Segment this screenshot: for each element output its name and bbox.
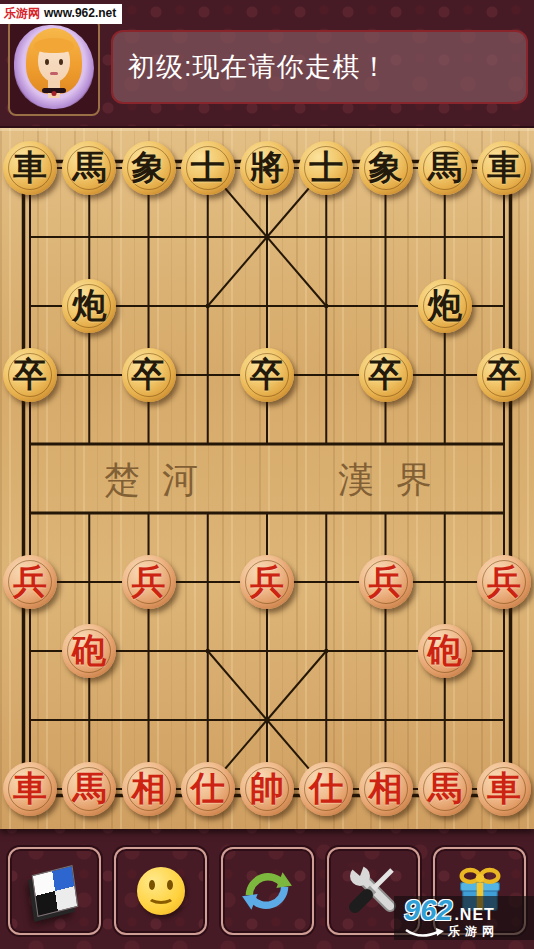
- piece-character: 車: [13, 761, 47, 815]
- piece-character: 象: [369, 140, 403, 194]
- avatar-choker: [42, 88, 66, 93]
- piece-character: 兵: [132, 554, 166, 608]
- smiley-icon: [137, 867, 185, 915]
- piece-red-soldier[interactable]: 兵: [122, 555, 176, 609]
- piece-black-cannon[interactable]: 炮: [62, 279, 116, 333]
- piece-character: 馬: [428, 761, 462, 815]
- bottom-watermark-962: 962: [404, 896, 452, 925]
- piece-character: 兵: [487, 554, 521, 608]
- piece-black-soldier[interactable]: 卒: [359, 348, 413, 402]
- piece-character: 卒: [250, 347, 284, 401]
- piece-red-general[interactable]: 帥: [240, 762, 294, 816]
- piece-character: 炮: [72, 278, 106, 332]
- piece-black-soldier[interactable]: 卒: [240, 348, 294, 402]
- piece-character: 將: [250, 140, 284, 194]
- piece-character: 馬: [72, 761, 106, 815]
- piece-black-advisor[interactable]: 士: [299, 141, 353, 195]
- piece-character: 兵: [13, 554, 47, 608]
- piece-character: 車: [487, 140, 521, 194]
- piece-red-cannon[interactable]: 砲: [62, 624, 116, 678]
- piece-black-cannon[interactable]: 炮: [418, 279, 472, 333]
- piece-character: 車: [13, 140, 47, 194]
- piece-character: 卒: [369, 347, 403, 401]
- bottom-watermark: 962 .NET 乐游网: [394, 896, 534, 940]
- checker-tile-icon: [31, 865, 78, 917]
- piece-character: 馬: [72, 140, 106, 194]
- refresh-button[interactable]: [221, 847, 314, 935]
- piece-character: 象: [132, 140, 166, 194]
- piece-black-horse[interactable]: 馬: [418, 141, 472, 195]
- piece-red-chariot[interactable]: 車: [3, 762, 57, 816]
- piece-character: 仕: [309, 761, 343, 815]
- piece-character: 相: [369, 761, 403, 815]
- piece-character: 炮: [428, 278, 462, 332]
- bottom-watermark-site: 乐游网: [448, 923, 499, 940]
- smiley-button[interactable]: [114, 847, 207, 935]
- piece-black-advisor[interactable]: 士: [181, 141, 235, 195]
- opponent-avatar: [8, 18, 100, 116]
- piece-black-chariot[interactable]: 車: [477, 141, 531, 195]
- piece-red-cannon[interactable]: 砲: [418, 624, 472, 678]
- piece-character: 砲: [72, 623, 106, 677]
- piece-red-advisor[interactable]: 仕: [181, 762, 235, 816]
- piece-red-horse[interactable]: 馬: [418, 762, 472, 816]
- piece-black-soldier[interactable]: 卒: [3, 348, 57, 402]
- river-label-right: 漢界: [338, 459, 454, 500]
- piece-red-chariot[interactable]: 車: [477, 762, 531, 816]
- piece-black-elephant[interactable]: 象: [359, 141, 413, 195]
- piece-red-elephant[interactable]: 相: [359, 762, 413, 816]
- piece-character: 車: [487, 761, 521, 815]
- board-grid: 楚河 漢界: [0, 131, 534, 829]
- piece-black-soldier[interactable]: 卒: [122, 348, 176, 402]
- swoosh-arrow-icon: [404, 926, 444, 938]
- piece-character: 士: [309, 140, 343, 194]
- xiangqi-board[interactable]: 楚河 漢界 車馬象士將士象馬車炮炮卒卒卒卒卒兵兵兵兵兵砲砲車馬相仕帥仕相馬車: [0, 128, 534, 829]
- top-watermark: 乐游网www.962.net: [0, 4, 122, 24]
- piece-red-soldier[interactable]: 兵: [477, 555, 531, 609]
- piece-character: 卒: [13, 347, 47, 401]
- status-message: 初级:现在请你走棋！: [128, 49, 389, 85]
- piece-red-horse[interactable]: 馬: [62, 762, 116, 816]
- piece-black-general[interactable]: 將: [240, 141, 294, 195]
- bottom-watermark-net: .NET: [454, 907, 494, 923]
- top-watermark-site: 乐游网: [4, 6, 40, 20]
- top-watermark-url: www.962.net: [44, 6, 116, 20]
- refresh-arrows-icon: [240, 864, 294, 918]
- status-message-bubble: 初级:现在请你走棋！: [111, 30, 528, 104]
- piece-red-soldier[interactable]: 兵: [3, 555, 57, 609]
- river-label-left: 楚河: [104, 459, 220, 500]
- piece-character: 相: [132, 761, 166, 815]
- piece-red-elephant[interactable]: 相: [122, 762, 176, 816]
- piece-character: 帥: [250, 761, 284, 815]
- piece-character: 卒: [487, 347, 521, 401]
- piece-character: 馬: [428, 140, 462, 194]
- piece-character: 仕: [191, 761, 225, 815]
- piece-red-advisor[interactable]: 仕: [299, 762, 353, 816]
- piece-black-horse[interactable]: 馬: [62, 141, 116, 195]
- piece-black-chariot[interactable]: 車: [3, 141, 57, 195]
- piece-character: 士: [191, 140, 225, 194]
- piece-black-soldier[interactable]: 卒: [477, 348, 531, 402]
- piece-character: 砲: [428, 623, 462, 677]
- board-button[interactable]: [8, 847, 101, 935]
- piece-character: 兵: [369, 554, 403, 608]
- avatar-bangs: [34, 38, 74, 53]
- piece-red-soldier[interactable]: 兵: [240, 555, 294, 609]
- piece-red-soldier[interactable]: 兵: [359, 555, 413, 609]
- piece-character: 卒: [132, 347, 166, 401]
- piece-character: 兵: [250, 554, 284, 608]
- piece-black-elephant[interactable]: 象: [122, 141, 176, 195]
